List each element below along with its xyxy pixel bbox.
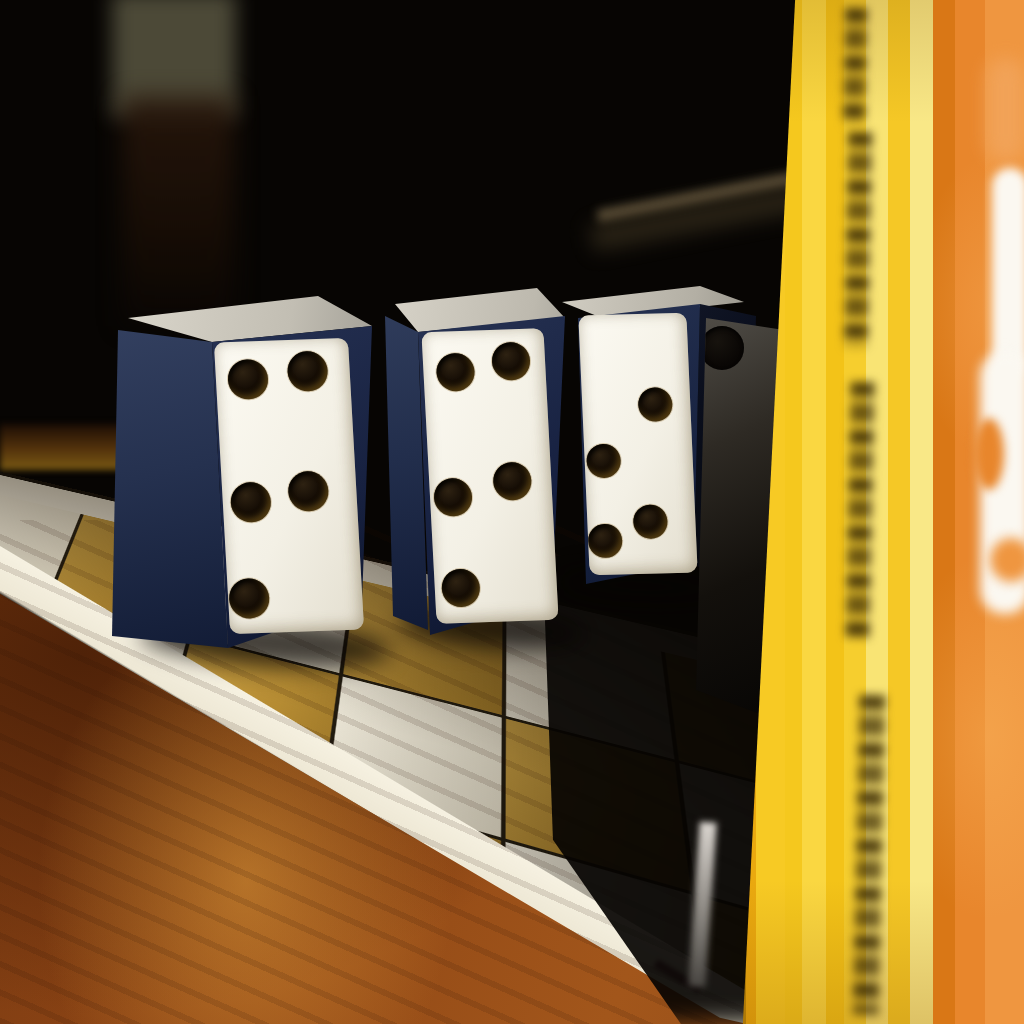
- pip: [632, 504, 667, 539]
- tile-3-pip-face: [578, 313, 697, 576]
- game-box: [740, 0, 1024, 1024]
- pip: [700, 326, 744, 370]
- pip: [227, 359, 269, 400]
- pip: [287, 470, 329, 511]
- pip: [492, 461, 532, 500]
- box-panel-highlight: [986, 58, 1024, 162]
- pip: [433, 478, 473, 517]
- pip: [287, 351, 329, 392]
- pip: [491, 342, 531, 381]
- photo-stage: Photograph: three upright domino tiles (…: [0, 0, 1024, 1024]
- pip: [440, 568, 480, 607]
- pip: [586, 443, 621, 478]
- box-spine-text-blurred-1: [843, 8, 867, 126]
- pip: [229, 578, 271, 619]
- pip: [435, 352, 475, 391]
- box-spine-shading: [740, 0, 940, 1024]
- tile-2-pip-face: [421, 328, 558, 624]
- pip: [588, 524, 623, 559]
- box-orange-detail-1: [974, 418, 1004, 490]
- box-spine-text-blurred-2: [844, 132, 872, 347]
- domino-tile-1: [110, 290, 382, 662]
- box-orange-detail-2: [990, 538, 1024, 582]
- pip: [638, 387, 673, 422]
- box-white-label-1: [992, 168, 1024, 378]
- pip: [230, 481, 272, 522]
- tile-1-pip-face: [214, 338, 364, 634]
